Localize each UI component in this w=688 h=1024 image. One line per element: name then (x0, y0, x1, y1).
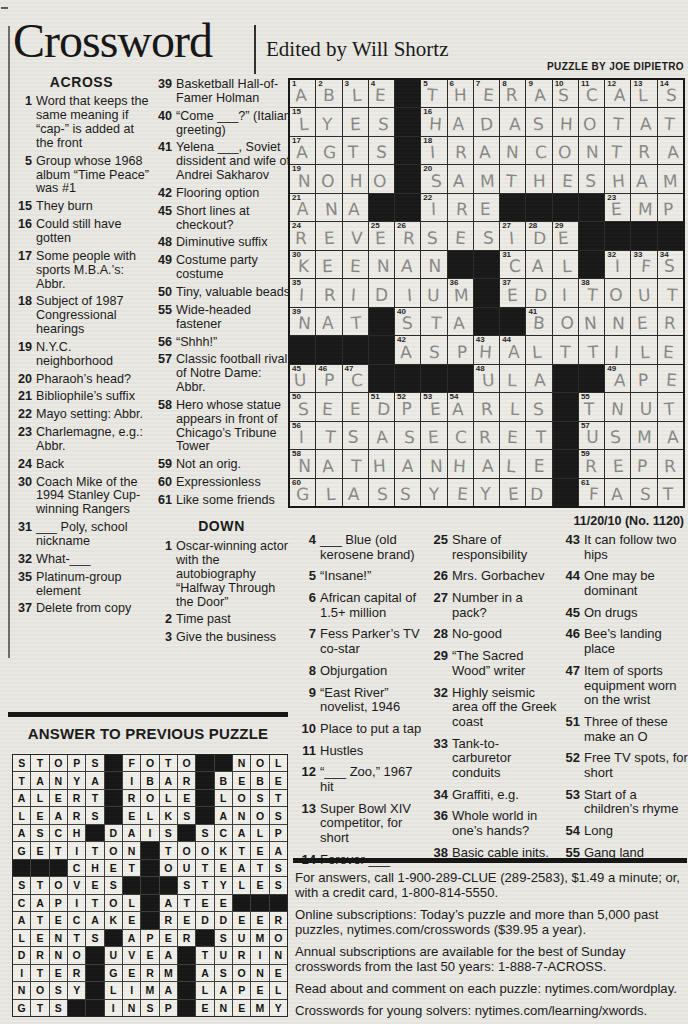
clue: 44One may be dominant (558, 569, 688, 598)
printed-letter: A (18, 914, 26, 926)
handwritten-letter: S (404, 429, 415, 446)
printed-letter: B (256, 775, 264, 787)
grid-cell: G (13, 1000, 30, 1016)
grid-cell: F (123, 755, 140, 771)
clue-number: 25 (426, 533, 452, 562)
printed-letter: I (75, 897, 78, 909)
across-clues-column: ACROSS 1Word that keeps the same meaning… (12, 75, 151, 620)
printed-letter: A (201, 967, 209, 979)
grid-cell: 30K (290, 251, 315, 278)
printed-letter: M (164, 967, 173, 979)
printed-letter: P (146, 932, 153, 944)
clue-number: 31 (12, 521, 36, 549)
handwritten-letter: A (614, 87, 626, 104)
clue-text: Subject of 1987 Congressional hearings (36, 295, 151, 337)
grid-cell: 54A (448, 393, 473, 420)
clue: 31___ Poly, school nickname (12, 521, 151, 549)
grid-cell: L (270, 755, 287, 771)
grid-cell: P (233, 982, 250, 998)
handwritten-letter: A (534, 87, 547, 105)
clue-number: 11 (294, 744, 320, 759)
grid-cell: S (13, 877, 30, 893)
grid-cell: B (141, 772, 158, 788)
grid-cell: T (31, 912, 48, 928)
grid-cell: O (270, 930, 287, 946)
grid-cell: A (474, 450, 499, 477)
clue-number: 47 (558, 664, 584, 708)
grid-cell: S (605, 422, 630, 449)
handwritten-letter: E (350, 401, 361, 418)
grid-cell: T (160, 755, 177, 771)
handwritten-letter: E (429, 400, 441, 418)
printed-letter: T (128, 862, 134, 874)
grid-cell: M (141, 982, 158, 998)
grid-cell: O (233, 790, 250, 806)
printed-letter: A (220, 810, 228, 822)
handwritten-letter: U (482, 372, 496, 390)
black-cell (474, 308, 499, 335)
clue: 57Classic football rival of Notre Dame: … (152, 353, 291, 395)
clue-text: Number in a pack? (452, 591, 557, 620)
grid-cell: 22I (421, 194, 446, 221)
printed-letter: E (55, 914, 62, 926)
printed-letter: Y (73, 984, 80, 996)
grid-cell: R (448, 137, 473, 164)
clue-number: 30 (12, 476, 36, 518)
grid-cell: 13L (631, 80, 656, 107)
grid-cell: T (196, 947, 213, 963)
down-header: DOWN (152, 519, 291, 534)
handwritten-letter: S (666, 87, 678, 105)
black-cell (395, 194, 420, 221)
handwritten-letter: S (400, 486, 412, 504)
printed-letter: K (110, 914, 118, 926)
clue: 58Hero whose statue appears in front of … (152, 399, 291, 454)
grid-cell: O (553, 137, 578, 164)
grid-cell: A (13, 790, 30, 806)
grid-cell: M (251, 1000, 268, 1016)
clue-text: Item of sports equipment worn on the wri… (584, 664, 688, 708)
clue-number: 52 (558, 751, 584, 780)
clue-number: 27 (426, 591, 452, 620)
grid-cell: E (500, 422, 525, 449)
grid-cell: P (658, 194, 683, 221)
grid-cell: E (343, 393, 368, 420)
handwritten-letter: N (298, 173, 311, 190)
printed-letter: T (37, 914, 43, 926)
grid-cell: S (86, 755, 103, 771)
grid-cell: 57U (579, 422, 604, 449)
clue-number: 60 (152, 476, 176, 490)
handwritten-letter: I (562, 287, 567, 304)
printed-letter: A (55, 810, 63, 822)
black-cell (605, 222, 630, 249)
grid-cell: T (658, 393, 683, 420)
handwritten-letter: H (373, 457, 387, 475)
grid-cell: N (50, 930, 67, 946)
handwritten-letter: I (350, 287, 356, 304)
grid-cell: 7E (474, 80, 499, 107)
black-cell (658, 222, 683, 249)
clue-number: 17 (12, 250, 36, 292)
clue: 40“Come ___?” (Italian greeting) (152, 110, 291, 138)
printed-letter: G (18, 1002, 26, 1014)
grid-cell: 5T (421, 80, 446, 107)
handwritten-letter: I (509, 230, 515, 247)
grid-cell: L (553, 251, 578, 278)
grid-cell: O (251, 807, 268, 823)
clue-list-across-2: 39Basketball Hall-of-Famer Holman40“Come… (152, 78, 291, 508)
handwritten-letter: S (532, 400, 543, 417)
printed-letter: O (109, 845, 117, 857)
clue-text: Group whose 1968 album “Time Peace” was … (36, 155, 151, 197)
grid-cell: D (474, 108, 499, 135)
grid-cell: R (178, 930, 195, 946)
clue-number: 41 (152, 141, 176, 183)
grid-cell: R (233, 947, 250, 963)
grid-cell: A (448, 108, 473, 135)
printed-letter: E (55, 967, 62, 979)
grid-cell: Y (270, 1000, 287, 1016)
printed-letter: E (275, 967, 282, 979)
printed-letter: P (275, 827, 282, 839)
printed-letter: E (183, 914, 190, 926)
grid-cell: I (395, 279, 420, 306)
handwritten-letter: Y (321, 116, 332, 133)
grid-cell: N (579, 308, 604, 335)
grid-cell: A (526, 365, 551, 392)
handwritten-letter: U (637, 286, 651, 304)
handwritten-letter: E (375, 87, 386, 104)
grid-cell: 46P (316, 365, 341, 392)
printed-letter: R (73, 967, 81, 979)
clue-text: Start of a children’s rhyme (584, 788, 688, 817)
down-clues-column-2: 25Share of responsibility26Mrs. Gorbache… (426, 533, 557, 867)
clue-text: Bibliophile’s suffix (36, 390, 151, 404)
printed-letter: P (55, 897, 62, 909)
handwritten-letter: A (666, 429, 679, 447)
grid-cell: A (160, 895, 177, 911)
clue-number: 61 (152, 494, 176, 508)
grid-cell: A (13, 912, 30, 928)
handwritten-letter: L (505, 457, 516, 475)
handwritten-letter: A (666, 144, 679, 162)
clue-text: Short lines at checkout? (176, 205, 291, 233)
printed-letter: K (165, 810, 173, 822)
black-cell (105, 807, 122, 823)
handwritten-letter: D (533, 230, 546, 247)
printed-letter: D (18, 949, 26, 961)
printed-letter: S (275, 810, 282, 822)
clue: 50Tiny, valuable beads (152, 286, 291, 300)
grid-cell: E (500, 479, 525, 506)
clue: 54Long (558, 824, 688, 839)
clue: 52Free TV spots, for short (558, 751, 688, 780)
grid-cell: M (631, 194, 656, 221)
printed-letter: T (165, 757, 171, 769)
black-cell (196, 772, 213, 788)
puzzle-date-number: 11/20/10 (No. 1120) (574, 514, 685, 528)
printed-letter: L (165, 792, 171, 804)
grid-cell: 44A (500, 336, 525, 363)
handwritten-letter: H (452, 457, 466, 475)
grid-cell: L (141, 807, 158, 823)
printed-letter: I (130, 775, 133, 787)
handwritten-letter: T (587, 286, 599, 304)
handwritten-letter: E (613, 457, 625, 475)
printed-letter: S (165, 827, 172, 839)
handwritten-letter: E (349, 116, 360, 133)
handwritten-letter: H (454, 87, 467, 104)
handwritten-letter: P (457, 344, 468, 361)
cell-number: 7 (476, 80, 480, 89)
grid-cell: E (50, 965, 67, 981)
handwritten-letter: N (298, 315, 312, 333)
printed-letter: S (275, 879, 282, 891)
printed-letter: E (201, 1002, 208, 1014)
grid-cell: L (123, 895, 140, 911)
grid-cell: K (160, 807, 177, 823)
grid-cell: E (658, 365, 683, 392)
printed-letter: S (18, 757, 25, 769)
grid-cell: 60G (290, 479, 315, 506)
grid-cell: O (31, 982, 48, 998)
clue-number: 45 (558, 606, 584, 621)
grid-cell: S (369, 479, 394, 506)
newspaper-crossword-page: Crossword Edited by Will Shortz PUZZLE B… (0, 0, 688, 1024)
clue: 3Give the business (152, 631, 291, 645)
grid-cell: A (448, 308, 473, 335)
grid-cell: 24R (290, 222, 315, 249)
grid-cell: S (270, 807, 287, 823)
handwritten-letter: D (375, 287, 388, 304)
grid-cell: T (500, 165, 525, 192)
clue: 22Mayo setting: Abbr. (12, 408, 151, 422)
handwritten-letter: M (480, 173, 495, 191)
grid-cell: O (141, 755, 158, 771)
handwritten-letter: N (584, 315, 598, 333)
clue-text: It can follow two hips (584, 533, 688, 562)
grid-cell: U (631, 393, 656, 420)
clue-number: 10 (294, 722, 320, 737)
grid-cell: V (68, 877, 85, 893)
printed-letter: E (256, 914, 263, 926)
printed-letter: O (109, 897, 117, 909)
grid-cell: A (316, 450, 341, 477)
grid-cell: O (251, 755, 268, 771)
grid-cell: L (251, 825, 268, 841)
printed-letter: R (146, 967, 154, 979)
grid-cell: C (50, 825, 67, 841)
printed-letter: L (220, 792, 226, 804)
handwritten-letter: D (376, 400, 390, 418)
grid-cell: 28D (526, 222, 551, 249)
printed-letter: O (201, 845, 209, 857)
printed-letter: T (37, 757, 43, 769)
black-cell (579, 251, 604, 278)
grid-cell: R (178, 772, 195, 788)
grid-cell: R (316, 279, 341, 306)
grid-cell: I (553, 279, 578, 306)
clue-text: Flooring option (176, 187, 291, 201)
clue-number: 23 (12, 426, 36, 454)
handwritten-letter: T (348, 144, 359, 161)
grid-cell: R (658, 450, 683, 477)
printed-letter: E (165, 932, 172, 944)
grid-cell: A (86, 772, 103, 788)
clue-text: Mayo setting: Abbr. (36, 408, 151, 422)
printed-letter: O (183, 757, 191, 769)
grid-cell: O (316, 165, 341, 192)
clue: 59Not an orig. (152, 458, 291, 472)
handwritten-letter: H (479, 343, 493, 361)
grid-cell: S (13, 755, 30, 771)
grid-cell: H (448, 450, 473, 477)
grid-cell: O (553, 308, 578, 335)
clue-text: Tank-to-carburetor conduits (452, 737, 557, 781)
grid-cell: E (658, 336, 683, 363)
printed-letter: O (36, 984, 44, 996)
grid-cell: 3L (343, 80, 368, 107)
clue: 27Number in a pack? (426, 591, 557, 620)
printed-letter: O (54, 879, 62, 891)
grid-cell: 18I (421, 137, 446, 164)
grid-cell: R (658, 308, 683, 335)
printed-letter: A (220, 984, 228, 996)
clue-text: “Insane!” (320, 569, 425, 584)
clue-number: 42 (152, 187, 176, 201)
printed-letter: S (55, 984, 62, 996)
clue: 32Highly seismic area off the Greek coas… (426, 686, 557, 730)
grid-cell: A (343, 194, 368, 221)
previous-puzzle-header: ANSWER TO PREVIOUS PUZZLE (8, 725, 288, 742)
grid-cell: N (316, 194, 341, 221)
printed-letter: C (18, 897, 26, 909)
grid-cell: O (178, 755, 195, 771)
printed-letter: T (37, 967, 43, 979)
main-grid: 1A2B3L4E5T6H7E8R9A10S11C12A13L14S15LYES1… (288, 78, 685, 508)
grid-cell: A (160, 947, 177, 963)
handwritten-letter: E (534, 458, 545, 475)
clue-number: 16 (12, 218, 36, 246)
grid-cell: G (13, 842, 30, 858)
grid-cell: I (605, 336, 630, 363)
handwritten-letter: S (558, 87, 569, 104)
handwritten-letter: A (478, 144, 491, 162)
grid-cell: N (233, 807, 250, 823)
handwritten-letter: S (610, 429, 622, 447)
printed-letter: H (73, 827, 81, 839)
printed-letter: O (54, 757, 62, 769)
printed-letter: L (202, 984, 208, 996)
grid-cell: A (215, 807, 232, 823)
handwritten-letter: N (612, 315, 625, 332)
printed-letter: A (128, 932, 136, 944)
grid-cell: T (343, 137, 368, 164)
printed-letter: T (183, 897, 189, 909)
handwritten-letter: T (612, 116, 623, 134)
black-cell (86, 1000, 103, 1016)
grid-cell: C (68, 860, 85, 876)
grid-cell: S (421, 222, 446, 249)
clue-number: 33 (426, 737, 452, 781)
clue-text: Three of these make an O (584, 715, 688, 744)
grid-cell: 14S (658, 80, 683, 107)
grid-cell: S (50, 1000, 67, 1016)
handwritten-letter: A (636, 173, 648, 190)
printed-letter: E (128, 967, 135, 979)
handwritten-letter: E (561, 173, 573, 191)
handwritten-letter: F (641, 258, 652, 276)
grid-cell: 11C (579, 80, 604, 107)
handwritten-letter: R (638, 144, 650, 161)
grid-cell: 55T (579, 393, 604, 420)
grid-cell: E (215, 860, 232, 876)
grid-cell: T (605, 108, 630, 135)
clue: 9“East River” novelist, 1946 (294, 686, 425, 715)
grid-cell: O (105, 895, 122, 911)
grid-cell: E (31, 807, 48, 823)
grid-cell: 19N (290, 165, 315, 192)
printed-letter: E (256, 879, 263, 891)
grid-cell: O (178, 842, 195, 858)
grid-cell: 50S (290, 393, 315, 420)
grid-cell: L (500, 365, 525, 392)
grid-cell: O (160, 860, 177, 876)
clue-number: 13 (294, 802, 320, 846)
grid-cell: E (553, 165, 578, 192)
handwritten-letter: F (588, 486, 598, 503)
column-rule (8, 26, 10, 658)
grid-cell: E (178, 790, 195, 806)
grid-cell: S (141, 1000, 158, 1016)
printed-letter: S (275, 862, 282, 874)
clue-text: Platinum-group element (36, 571, 151, 599)
printed-letter: E (238, 1002, 245, 1014)
handwritten-letter: L (638, 87, 648, 104)
clue-number: 59 (152, 458, 176, 472)
grid-cell: A (13, 825, 30, 841)
grid-cell: E (251, 877, 268, 893)
handwritten-letter: O (583, 116, 597, 133)
printed-letter: E (220, 897, 227, 909)
printed-letter: R (183, 775, 191, 787)
printed-letter: N (238, 810, 246, 822)
handwritten-letter: G (323, 144, 337, 162)
handwritten-letter: A (296, 144, 308, 161)
grid-cell: 26R (395, 222, 420, 249)
clue: 20Pharaoh’s head? (12, 373, 151, 387)
printed-letter: E (256, 984, 263, 996)
handwritten-letter: I (614, 344, 620, 361)
handwritten-letter: L (507, 372, 517, 389)
clue-number: 53 (558, 788, 584, 817)
handwritten-letter: O (372, 172, 387, 190)
clue-number: 48 (152, 236, 176, 250)
handwritten-letter: T (560, 344, 571, 361)
printed-letter: L (18, 810, 24, 822)
printed-letter: P (73, 757, 80, 769)
grid-cell: S (270, 860, 287, 876)
clue-number: 15 (12, 200, 36, 214)
cell-number: 9 (528, 80, 532, 89)
clue: 13Super Bowl XIV competitor, for short (294, 802, 425, 846)
black-cell (395, 165, 420, 192)
handwritten-letter: T (664, 400, 676, 418)
printed-letter: S (220, 932, 227, 944)
clue-number: 18 (12, 295, 36, 337)
grid-cell: A (369, 422, 394, 449)
